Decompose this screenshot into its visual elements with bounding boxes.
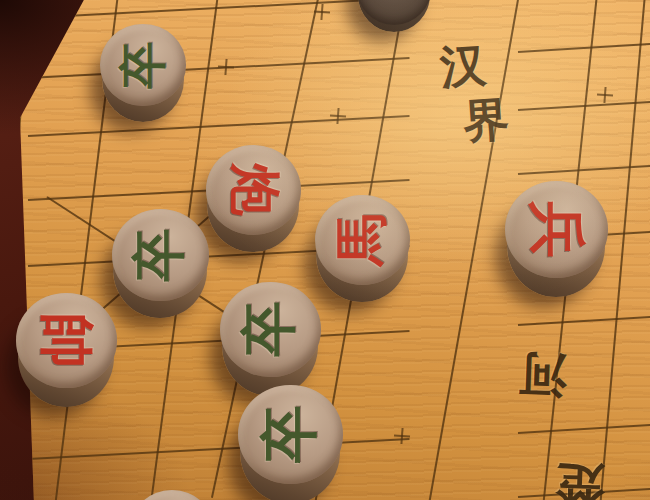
position-mark [393, 427, 410, 444]
piece-character: 卒 [251, 406, 329, 464]
position-mark [313, 3, 330, 20]
position-mark [596, 86, 613, 103]
file-line-a [28, 0, 650, 19]
piece-bing-1-red-soldier[interactable]: 兵 [505, 181, 608, 292]
piece-zu-3-green-soldier[interactable]: 卒 [220, 282, 321, 391]
piece-character: 炮 [218, 164, 289, 216]
river-label-chu-inverted: 楚 [554, 462, 606, 500]
piece-face: 兵 [505, 181, 608, 279]
xiangqi-photo-scene: 汉 界 河 楚 卒炮卒馬帥卒卒兵 [0, 0, 650, 500]
file-line-g-far [518, 424, 650, 434]
file-line-b-far [518, 43, 650, 53]
piece-zu-1-green-soldier[interactable]: 卒 [100, 24, 186, 117]
piece-zu-4-green-soldier[interactable]: 卒 [238, 385, 343, 498]
river-label-han: 汉 [438, 41, 487, 90]
river-label-jie: 界 [461, 95, 510, 144]
piece-character: 卒 [233, 302, 307, 358]
piece-face: 卒 [220, 282, 321, 378]
piece-face [130, 490, 214, 500]
piece-character: 卒 [111, 41, 175, 88]
piece-shuai-red-general[interactable]: 帥 [16, 293, 117, 402]
file-line-f-far [518, 316, 650, 326]
piece-character: 兵 [517, 201, 594, 258]
piece-face: 馬 [315, 195, 410, 285]
piece-hidden-top-piece-face-hidden[interactable] [356, 0, 432, 28]
river-label-he-inverted: 河 [518, 351, 568, 401]
file-line-c [28, 115, 410, 137]
piece-face: 卒 [238, 385, 343, 485]
piece-zu-2-green-soldier[interactable]: 卒 [112, 209, 209, 314]
piece-pao-1-red-cannon[interactable]: 炮 [206, 145, 301, 248]
position-mark [217, 58, 234, 75]
position-mark [329, 107, 346, 124]
piece-face: 卒 [112, 209, 209, 301]
piece-character: 帥 [29, 313, 103, 369]
piece-character: 卒 [124, 228, 196, 281]
piece-ma-1-red-horse[interactable]: 馬 [315, 195, 410, 298]
piece-character: 馬 [327, 214, 398, 266]
piece-face [356, 0, 432, 25]
piece-hidden-bottom-piece-face-hidden[interactable] [130, 490, 214, 500]
piece-face: 炮 [206, 145, 301, 235]
piece-face: 卒 [100, 24, 186, 106]
piece-face: 帥 [16, 293, 117, 389]
